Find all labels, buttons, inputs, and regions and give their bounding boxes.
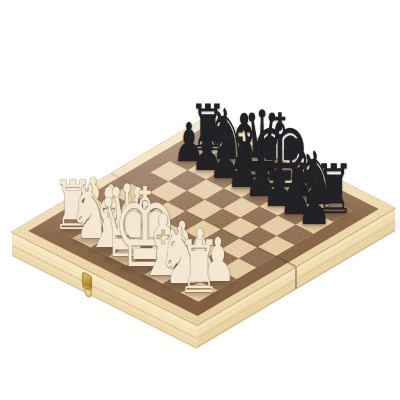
fold-hinge-seam (295, 267, 297, 289)
chess-set-photo: Folding wooden chess set, opened flat, p… (0, 0, 400, 400)
chess-board (12, 115, 395, 325)
brass-clasp-icon (82, 271, 91, 291)
